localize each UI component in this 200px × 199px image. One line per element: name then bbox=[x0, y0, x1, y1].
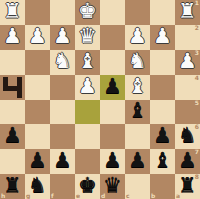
square-d4[interactable]: ♟ bbox=[100, 75, 125, 100]
square-b7[interactable]: ♝ bbox=[150, 149, 175, 174]
square-c4[interactable]: ♝ bbox=[125, 75, 150, 100]
square-b4[interactable] bbox=[150, 75, 175, 100]
square-d2[interactable] bbox=[100, 25, 125, 50]
black-bishop-piece: ♝ bbox=[153, 150, 172, 171]
square-d8[interactable]: ♛d bbox=[100, 174, 125, 199]
black-pawn-piece: ♟ bbox=[3, 125, 22, 146]
square-f2[interactable]: ♟ bbox=[50, 25, 75, 50]
square-e1[interactable]: ♚ bbox=[75, 0, 100, 25]
rank-label-7: 7 bbox=[195, 149, 199, 155]
square-g7[interactable]: ♟ bbox=[25, 149, 50, 174]
square-d7[interactable]: ♟ bbox=[100, 149, 125, 174]
black-queen-piece: ♛ bbox=[103, 175, 122, 196]
square-b6[interactable]: ♟ bbox=[150, 124, 175, 149]
square-c3[interactable]: ♞ bbox=[125, 50, 150, 75]
square-g6[interactable] bbox=[25, 124, 50, 149]
white-bishop-piece: ♝ bbox=[128, 76, 147, 97]
square-e2[interactable]: ♛ bbox=[75, 25, 100, 50]
square-f3[interactable]: ♞ bbox=[50, 50, 75, 75]
square-d3[interactable] bbox=[100, 50, 125, 75]
white-rook-piece: ♜ bbox=[3, 1, 22, 22]
square-h3[interactable] bbox=[0, 50, 25, 75]
big-digit-4-overlay bbox=[3, 77, 22, 98]
square-h5[interactable] bbox=[0, 100, 25, 125]
chess-board: ♜♚♜1♟♟♟♛♟♟2♞♝♞♟3♟♟♝4♝5♟♟♞6♟♟♟♟♝♟7♜h♞gf♚e… bbox=[0, 0, 200, 199]
rank-label-6: 6 bbox=[195, 124, 199, 130]
white-pawn-piece: ♟ bbox=[78, 76, 97, 97]
square-a3[interactable]: ♟3 bbox=[175, 50, 200, 75]
white-knight-piece: ♞ bbox=[128, 51, 147, 72]
square-c1[interactable] bbox=[125, 0, 150, 25]
square-h4[interactable] bbox=[0, 75, 25, 100]
square-d1[interactable] bbox=[100, 0, 125, 25]
black-king-piece: ♚ bbox=[78, 175, 97, 196]
square-f8[interactable]: f bbox=[50, 174, 75, 199]
file-label-e: e bbox=[76, 193, 80, 199]
square-g4[interactable] bbox=[25, 75, 50, 100]
file-label-g: g bbox=[26, 193, 30, 199]
black-pawn-piece: ♟ bbox=[53, 150, 72, 171]
square-f4[interactable] bbox=[50, 75, 75, 100]
square-g3[interactable] bbox=[25, 50, 50, 75]
square-c7[interactable]: ♟ bbox=[125, 149, 150, 174]
square-h8[interactable]: ♜h bbox=[0, 174, 25, 199]
square-e8[interactable]: ♚e bbox=[75, 174, 100, 199]
black-rook-piece: ♜ bbox=[3, 175, 22, 196]
black-pawn-piece: ♟ bbox=[103, 76, 122, 97]
black-pawn-piece: ♟ bbox=[103, 150, 122, 171]
black-pawn-piece: ♟ bbox=[128, 150, 147, 171]
rank-label-2: 2 bbox=[195, 25, 199, 31]
file-label-a: a bbox=[176, 193, 180, 199]
square-a1[interactable]: ♜1 bbox=[175, 0, 200, 25]
file-label-b: b bbox=[151, 193, 155, 199]
square-d6[interactable] bbox=[100, 124, 125, 149]
rank-label-5: 5 bbox=[195, 100, 199, 106]
square-h6[interactable]: ♟ bbox=[0, 124, 25, 149]
square-g2[interactable]: ♟ bbox=[25, 25, 50, 50]
white-pawn-piece: ♟ bbox=[53, 26, 72, 47]
square-b8[interactable]: b bbox=[150, 174, 175, 199]
rank-label-1: 1 bbox=[195, 0, 199, 6]
file-label-d: d bbox=[101, 193, 105, 199]
black-pawn-piece: ♟ bbox=[153, 125, 172, 146]
square-f5[interactable] bbox=[50, 100, 75, 125]
square-e5[interactable] bbox=[75, 100, 100, 125]
square-f1[interactable] bbox=[50, 0, 75, 25]
square-g8[interactable]: ♞g bbox=[25, 174, 50, 199]
square-e7[interactable] bbox=[75, 149, 100, 174]
white-pawn-piece: ♟ bbox=[28, 26, 47, 47]
square-e6[interactable] bbox=[75, 124, 100, 149]
square-h7[interactable] bbox=[0, 149, 25, 174]
square-f6[interactable] bbox=[50, 124, 75, 149]
square-e3[interactable]: ♝ bbox=[75, 50, 100, 75]
white-knight-piece: ♞ bbox=[53, 51, 72, 72]
square-a6[interactable]: ♞6 bbox=[175, 124, 200, 149]
square-b1[interactable] bbox=[150, 0, 175, 25]
square-f7[interactable]: ♟ bbox=[50, 149, 75, 174]
square-b5[interactable] bbox=[150, 100, 175, 125]
square-e4[interactable]: ♟ bbox=[75, 75, 100, 100]
square-a2[interactable]: 2 bbox=[175, 25, 200, 50]
square-c8[interactable]: c bbox=[125, 174, 150, 199]
square-a8[interactable]: ♜8a bbox=[175, 174, 200, 199]
rank-label-4: 4 bbox=[195, 75, 199, 81]
square-h2[interactable]: ♟ bbox=[0, 25, 25, 50]
square-g5[interactable] bbox=[25, 100, 50, 125]
square-c5[interactable]: ♝ bbox=[125, 100, 150, 125]
square-b2[interactable]: ♟ bbox=[150, 25, 175, 50]
chess-app: ♜♚♜1♟♟♟♛♟♟2♞♝♞♟3♟♟♝4♝5♟♟♞6♟♟♟♟♝♟7♜h♞gf♚e… bbox=[0, 0, 200, 199]
big-digit-segment bbox=[17, 77, 22, 98]
white-pawn-piece: ♟ bbox=[128, 26, 147, 47]
white-bishop-piece: ♝ bbox=[78, 51, 97, 72]
square-h1[interactable]: ♜ bbox=[0, 0, 25, 25]
black-pawn-piece: ♟ bbox=[28, 150, 47, 171]
black-bishop-piece: ♝ bbox=[128, 100, 147, 121]
file-label-h: h bbox=[1, 193, 5, 199]
file-label-f: f bbox=[51, 193, 54, 199]
white-pawn-piece: ♟ bbox=[3, 26, 22, 47]
white-pawn-piece: ♟ bbox=[153, 26, 172, 47]
square-g1[interactable] bbox=[25, 0, 50, 25]
file-label-c: c bbox=[126, 193, 130, 199]
black-knight-piece: ♞ bbox=[28, 175, 47, 196]
square-a7[interactable]: ♟7 bbox=[175, 149, 200, 174]
square-a5[interactable]: 5 bbox=[175, 100, 200, 125]
square-d5[interactable] bbox=[100, 100, 125, 125]
white-king-piece: ♚ bbox=[78, 1, 97, 22]
rank-label-3: 3 bbox=[195, 50, 199, 56]
rank-label-8: 8 bbox=[195, 174, 199, 180]
square-a4[interactable]: 4 bbox=[175, 75, 200, 100]
square-c2[interactable]: ♟ bbox=[125, 25, 150, 50]
white-queen-piece: ♛ bbox=[78, 26, 97, 47]
square-c6[interactable] bbox=[125, 124, 150, 149]
square-b3[interactable] bbox=[150, 50, 175, 75]
